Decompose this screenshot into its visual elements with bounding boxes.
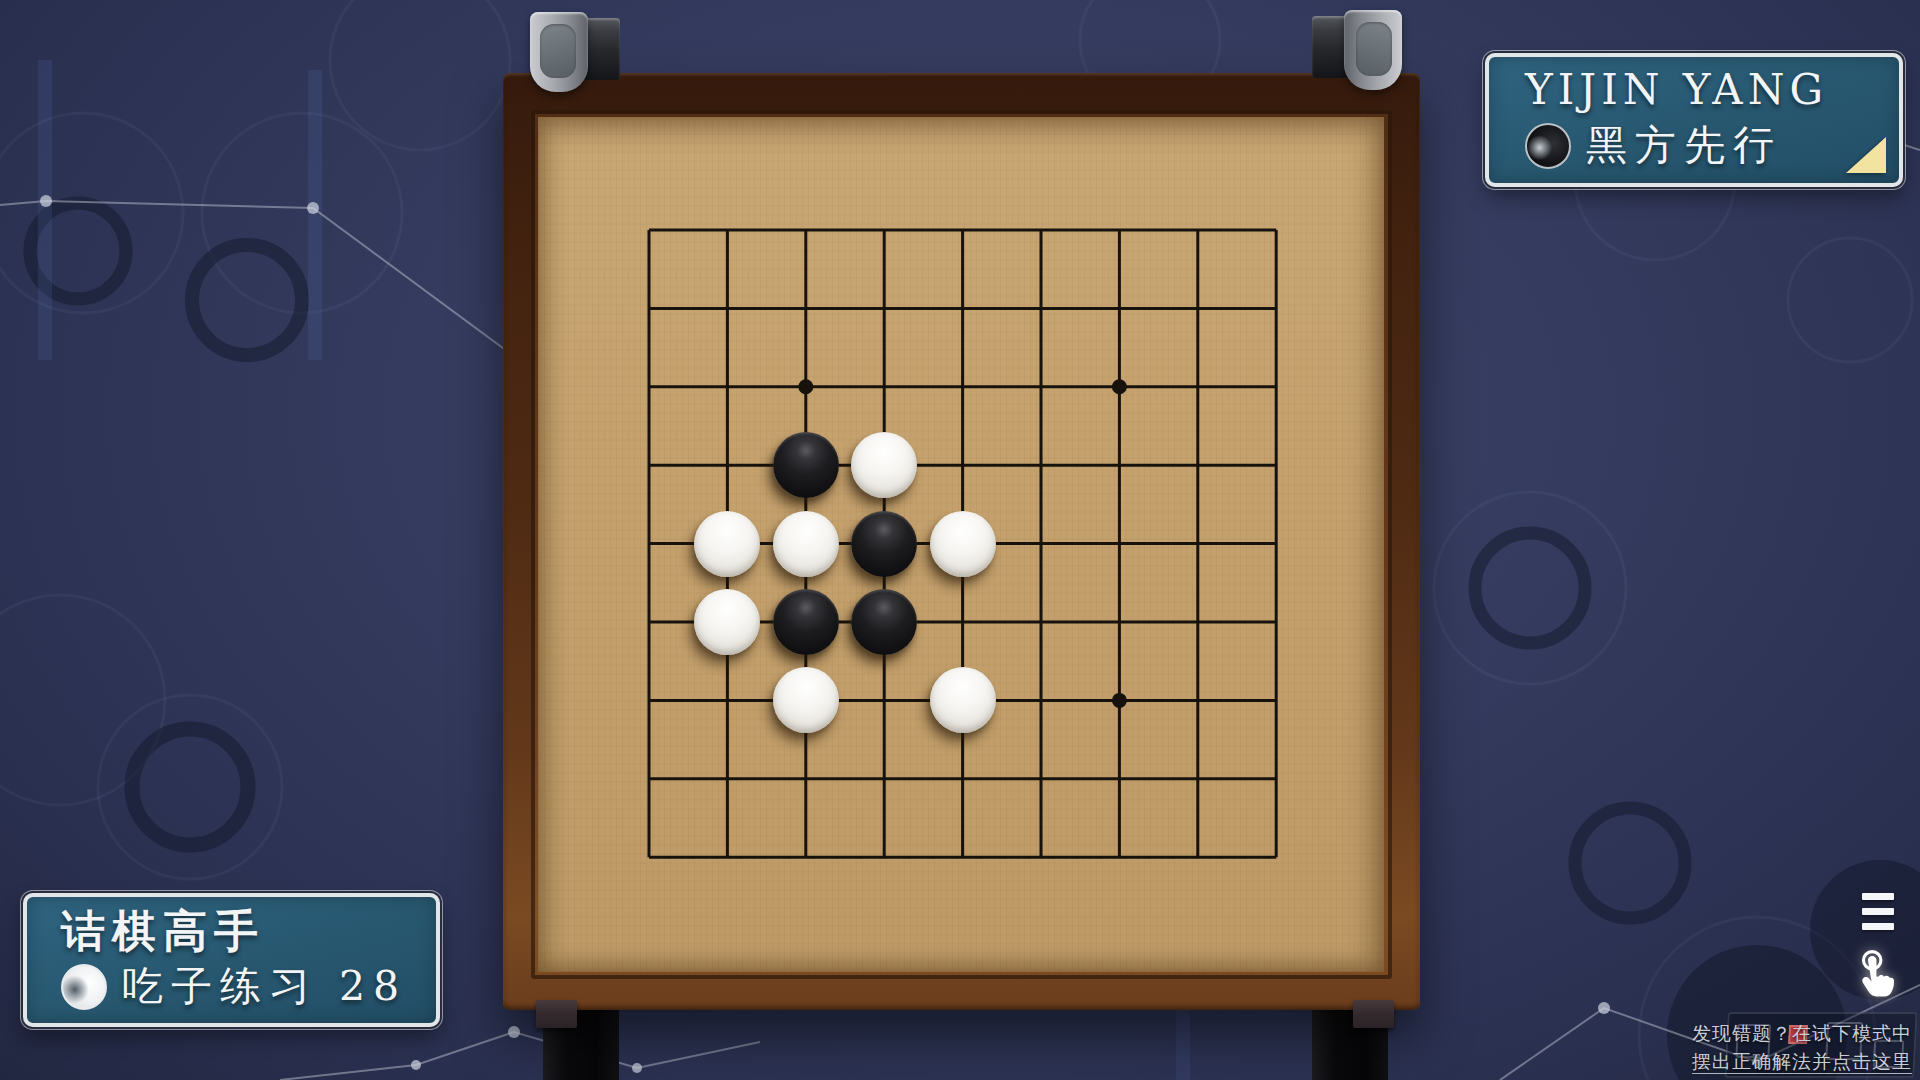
black-stone-icon (1525, 123, 1571, 169)
stone-white (851, 432, 917, 498)
stone-black (773, 589, 839, 655)
panel-corner-triangle (1846, 137, 1886, 173)
stone-black (851, 511, 917, 577)
stone-black (773, 432, 839, 498)
player-name: YIJIN YANG (1525, 65, 1899, 115)
turn-indicator-label: 黑方先行 (1586, 118, 1782, 173)
tap-hand-icon (1845, 946, 1903, 1006)
go-board-frame (503, 73, 1420, 1010)
hint-line-1: 发现错题？在试下模式中 (1482, 1019, 1912, 1047)
hamburger-icon (1862, 893, 1894, 900)
stone-white (930, 511, 996, 577)
puzzle-subtitle: 吃子练习 28 (122, 959, 407, 1014)
stone-white (694, 511, 760, 577)
menu-button[interactable] (1862, 893, 1896, 930)
game-screen: YIJIN YANG 黑方先行 诘棋高手 吃子练习 28 发现错题？在试下模式中… (0, 0, 1920, 1080)
stone-white (694, 589, 760, 655)
go-board[interactable] (538, 117, 1384, 972)
hint-text: 发现错题？在试下模式中 摆出正确解法并点击这里 (1482, 1019, 1912, 1075)
stone-white (930, 667, 996, 733)
puzzle-title: 诘棋高手 (61, 906, 436, 956)
hint-line-2-link[interactable]: 摆出正确解法并点击这里 (1692, 1050, 1912, 1074)
puzzle-panel: 诘棋高手 吃子练习 28 (23, 893, 440, 1027)
board-clamp-left (530, 12, 620, 92)
player-panel[interactable]: YIJIN YANG 黑方先行 (1485, 53, 1903, 187)
easel-bracket-right (1353, 1000, 1394, 1028)
easel-bracket-left (536, 1000, 577, 1028)
stone-white (773, 667, 839, 733)
stone-black (851, 589, 917, 655)
stone-white (773, 511, 839, 577)
white-stone-icon (61, 964, 107, 1010)
board-clamp-right (1312, 10, 1402, 90)
